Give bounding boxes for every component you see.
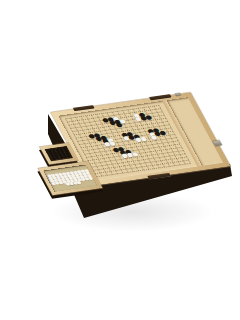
white-stone: ● bbox=[118, 118, 127, 124]
white-stone: ● bbox=[139, 136, 148, 142]
black-stone: ● bbox=[137, 112, 146, 118]
black-stone: ● bbox=[115, 122, 124, 128]
black-stone: ● bbox=[146, 128, 155, 134]
black-stone: ● bbox=[101, 117, 110, 123]
white-stone-pile: ●●●●●●●●●●●●●●●●●●●●●●●●●●●●●●●●●●●●●●●●… bbox=[43, 165, 97, 192]
black-stone: ● bbox=[113, 119, 122, 125]
white-stone: ● bbox=[122, 135, 131, 141]
white-stone: ● bbox=[148, 131, 157, 137]
white-stone: ● bbox=[76, 181, 81, 184]
black-stone: ● bbox=[108, 120, 117, 126]
black-stone-pile: ●●●●●●●●●●●●●●●●●●●● bbox=[45, 146, 73, 161]
metal-hinge-icon bbox=[174, 93, 181, 97]
black-stone: ● bbox=[158, 130, 167, 136]
black-stone: ● bbox=[139, 115, 148, 121]
white-stone: ● bbox=[103, 141, 112, 147]
black-stone: ● bbox=[144, 114, 153, 120]
white-stone: ● bbox=[111, 116, 120, 122]
black-stone: ● bbox=[153, 130, 162, 136]
black-stone: ● bbox=[118, 149, 127, 155]
black-stone: ● bbox=[101, 138, 110, 144]
black-stone: ● bbox=[94, 135, 103, 141]
white-stone: ● bbox=[134, 116, 143, 122]
black-stone: ● bbox=[117, 146, 126, 152]
black-stone: ● bbox=[99, 135, 108, 141]
black-stone: ● bbox=[106, 116, 115, 122]
metal-clasp-icon bbox=[212, 140, 222, 147]
go-set-photo: ●●●●●●●●●●●●●●●●●●●●●●●●●●●●●●●●●●●●●●●●… bbox=[0, 0, 240, 320]
white-stone: ● bbox=[88, 177, 93, 180]
white-stone: ● bbox=[106, 137, 115, 143]
black-stone: ● bbox=[120, 132, 129, 138]
white-stone: ● bbox=[134, 137, 143, 143]
black-stone: ● bbox=[124, 149, 133, 155]
black-stone: ● bbox=[92, 132, 101, 138]
black-stone: ● bbox=[127, 134, 136, 140]
white-stone: ● bbox=[125, 152, 134, 158]
black-stone: ● bbox=[151, 127, 160, 133]
black-stone: ● bbox=[87, 133, 96, 139]
black-stone: ● bbox=[132, 133, 141, 139]
white-stone: ● bbox=[120, 153, 129, 159]
black-stone: ● bbox=[111, 147, 120, 153]
black-stone: ● bbox=[125, 131, 134, 137]
white-stone: ● bbox=[108, 140, 117, 146]
white-stone: ● bbox=[150, 134, 159, 140]
black-stone: ● bbox=[66, 155, 71, 158]
white-stone: ● bbox=[131, 151, 140, 157]
white-stone: ● bbox=[132, 113, 141, 119]
